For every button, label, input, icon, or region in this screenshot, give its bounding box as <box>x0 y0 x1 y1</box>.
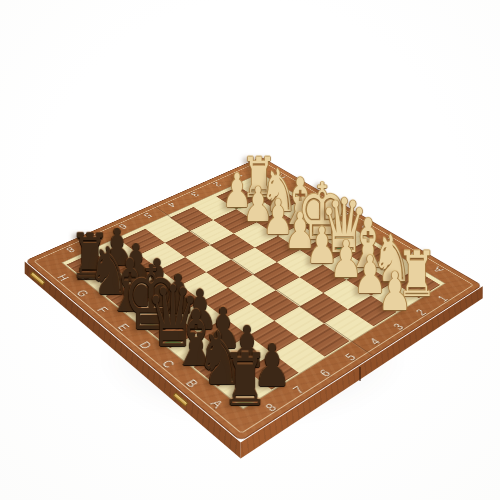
corner-marker <box>23 261 26 263</box>
fold-seam-edge <box>359 367 361 381</box>
corner-marker <box>481 285 484 287</box>
piece-white-pawn-a2[interactable]: ♟ <box>373 270 416 318</box>
black-rook-glyph: ♜ <box>222 344 268 416</box>
piece-black-rook-a8[interactable]: ♜ <box>216 350 274 414</box>
white-pawn-glyph: ♟ <box>378 265 412 319</box>
chess-set-photo: HGFEDCBA HGFEDCBA 12345678 12345678 ♜♞♝♛… <box>0 0 500 500</box>
